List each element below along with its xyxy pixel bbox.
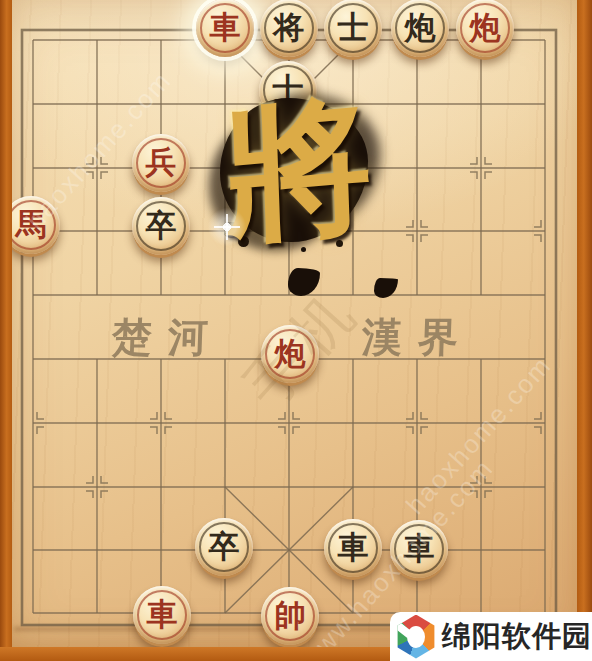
piece-black-chariot[interactable]: 車	[390, 520, 448, 578]
piece-black-soldier[interactable]: 卒	[132, 197, 190, 255]
river-label-left: 楚河	[111, 310, 225, 365]
piece-black-general[interactable]: 将	[260, 0, 318, 57]
piece-label: 車	[210, 12, 241, 43]
piece-black-chariot[interactable]: 車	[324, 519, 382, 577]
piece-red-chariot[interactable]: 車	[133, 586, 191, 644]
piece-label: 馬	[16, 209, 47, 240]
piece-label: 炮	[275, 338, 306, 369]
piece-black-advisor[interactable]: 士	[324, 0, 382, 57]
river-label-right: 漢界	[361, 310, 475, 365]
piece-label: 帥	[275, 600, 306, 631]
site-logo-icon	[396, 615, 436, 659]
piece-red-soldier[interactable]: 兵	[132, 134, 190, 192]
piece-label: 卒	[209, 531, 240, 562]
piece-black-cannon[interactable]: 炮	[391, 0, 449, 57]
piece-label: 車	[338, 532, 369, 563]
table-edge-left	[0, 0, 12, 661]
piece-red-general[interactable]: 帥	[261, 587, 319, 645]
piece-label: 車	[404, 533, 435, 564]
piece-red-chariot[interactable]: 車	[196, 0, 254, 57]
sparkle-effect	[205, 205, 249, 249]
piece-black-soldier[interactable]: 卒	[195, 518, 253, 576]
piece-label: 卒	[146, 210, 177, 241]
table-edge-right	[577, 0, 592, 661]
piece-label: 車	[147, 599, 178, 630]
site-watermark-logo: 绵阳软件园	[390, 612, 592, 661]
piece-label: 炮	[405, 12, 436, 43]
site-logo-text: 绵阳软件园	[442, 617, 592, 657]
piece-label: 将	[274, 12, 305, 43]
piece-label: 兵	[146, 147, 177, 178]
piece-label: 炮	[470, 12, 501, 43]
piece-red-cannon[interactable]: 炮	[456, 0, 514, 57]
xiangqi-game-screen: 楚河 漢界 車将士炮炮士兵馬卒炮卒車車車帥 將 haoxhome.com www…	[0, 0, 592, 661]
piece-red-cannon[interactable]: 炮	[261, 325, 319, 383]
piece-label: 士	[338, 12, 369, 43]
